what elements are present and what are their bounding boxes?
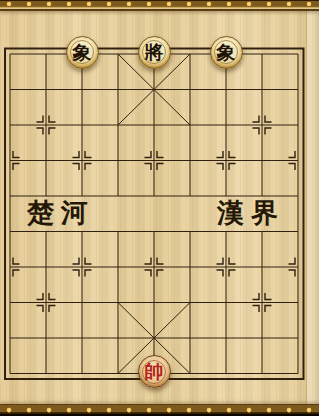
piece-glyph: 象 [73,43,92,62]
piece-glyph: 帥 [145,362,164,381]
gold-stud-row [0,0,319,8]
piece-red-general[interactable]: 帥 [138,355,171,388]
piece-black-general[interactable]: 將 [138,36,171,69]
frame-bottom-bar [0,404,319,416]
piece-glyph: 將 [145,43,164,62]
piece-black-elephant[interactable]: 象 [66,36,99,69]
frame-top-bar [0,0,319,11]
piece-black-elephant[interactable]: 象 [210,36,243,69]
xiangqi-table: 楚河 漢界 象將象帥 [0,0,319,416]
pieces-grid: 象將象帥 [0,36,316,391]
gold-stud-row [0,406,319,414]
piece-glyph: 象 [217,43,236,62]
